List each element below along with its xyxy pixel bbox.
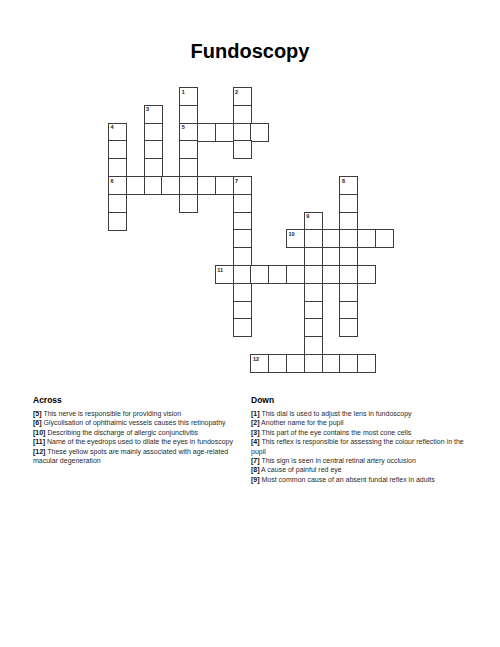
grid-cell-r8-c12[interactable] [322, 229, 341, 248]
across-clues-section: Across [5] This nerve is responsible for… [33, 395, 239, 465]
grid-cell-r15-c14[interactable] [357, 354, 376, 373]
clue-number-label: [3] [251, 429, 260, 436]
grid-cell-r12-c7[interactable] [233, 301, 252, 320]
grid-cell-r10-c6[interactable]: 11 [215, 265, 234, 284]
clue-number-label: [1] [251, 410, 260, 417]
clue-text: This part of the eye contains the most c… [260, 429, 412, 436]
cell-number-10: 10 [289, 231, 295, 237]
grid-cell-r5-c2[interactable] [144, 176, 163, 195]
grid-cell-r15-c13[interactable] [339, 354, 358, 373]
grid-cell-r2-c8[interactable] [250, 123, 269, 142]
grid-cell-r3-c7[interactable] [233, 140, 252, 159]
clue-number-label: [8] [251, 466, 260, 473]
grid-cell-r3-c0[interactable] [108, 140, 127, 159]
grid-cell-r15-c8[interactable]: 12 [250, 354, 269, 373]
cell-number-5: 5 [182, 124, 185, 130]
clue-across-11: [11] Name of the eyedrops used to dilate… [33, 437, 239, 446]
grid-cell-r10-c8[interactable] [250, 265, 269, 284]
grid-cell-r8-c15[interactable] [375, 229, 394, 248]
puzzle-title: Fundoscopy [0, 40, 500, 63]
grid-cell-r10-c13[interactable] [339, 265, 358, 284]
clue-number-label: [10] [33, 429, 45, 436]
grid-cell-r2-c5[interactable] [197, 123, 216, 142]
grid-cell-r5-c0[interactable]: 6 [108, 176, 127, 195]
clue-down-4: [4] This reflex is responsible for asses… [251, 437, 473, 456]
grid-cell-r8-c11[interactable] [304, 229, 323, 248]
grid-cell-r8-c13[interactable] [339, 229, 358, 248]
grid-cell-r15-c12[interactable] [322, 354, 341, 373]
cell-number-3: 3 [146, 106, 149, 112]
grid-cell-r7-c11[interactable]: 9 [304, 212, 323, 231]
grid-cell-r5-c5[interactable] [197, 176, 216, 195]
grid-cell-r2-c6[interactable] [215, 123, 234, 142]
cell-number-2: 2 [235, 89, 238, 95]
grid-cell-r7-c7[interactable] [233, 212, 252, 231]
grid-cell-r9-c7[interactable] [233, 247, 252, 266]
down-heading: Down [251, 395, 473, 405]
grid-cell-r9-c11[interactable] [304, 247, 323, 266]
grid-cell-r10-c9[interactable] [268, 265, 287, 284]
clue-text: This dial is used to adjust the lens in … [260, 410, 412, 417]
grid-cell-r1-c4[interactable] [179, 105, 198, 124]
grid-cell-r12-c13[interactable] [339, 301, 358, 320]
grid-cell-r5-c6[interactable] [215, 176, 234, 195]
clue-number-label: [7] [251, 457, 260, 464]
grid-cell-r2-c4[interactable]: 5 [179, 123, 198, 142]
grid-cell-r15-c10[interactable] [286, 354, 305, 373]
cell-number-7: 7 [235, 178, 238, 184]
grid-cell-r11-c7[interactable] [233, 283, 252, 302]
clue-number-label: [12] [33, 448, 45, 455]
grid-cell-r4-c2[interactable] [144, 158, 163, 177]
grid-cell-r10-c10[interactable] [286, 265, 305, 284]
grid-cell-r10-c12[interactable] [322, 265, 341, 284]
clue-number-label: [6] [33, 419, 42, 426]
cell-number-1: 1 [182, 89, 185, 95]
grid-cell-r14-c11[interactable] [304, 336, 323, 355]
grid-cell-r4-c4[interactable] [179, 158, 198, 177]
grid-cell-r11-c13[interactable] [339, 283, 358, 302]
down-clues-section: Down [1] This dial is used to adjust the… [251, 395, 473, 484]
clue-down-8: [8] A cause of painful red eye [251, 465, 473, 474]
clue-number-label: [2] [251, 419, 260, 426]
clue-down-1: [1] This dial is used to adjust the lens… [251, 409, 473, 418]
grid-cell-r6-c0[interactable] [108, 194, 127, 213]
clue-text: This reflex is responsible for assessing… [251, 438, 464, 454]
clue-number-label: [5] [33, 410, 42, 417]
grid-cell-r12-c11[interactable] [304, 301, 323, 320]
grid-cell-r15-c9[interactable] [268, 354, 287, 373]
clue-number-label: [4] [251, 438, 260, 445]
clue-number-label: [11] [33, 438, 45, 445]
grid-cell-r1-c7[interactable] [233, 105, 252, 124]
cell-number-9: 9 [306, 213, 309, 219]
cell-number-6: 6 [111, 178, 114, 184]
clue-text: Most common cause of an absent fundal re… [260, 476, 435, 483]
grid-cell-r5-c1[interactable] [126, 176, 145, 195]
grid-cell-r11-c11[interactable] [304, 283, 323, 302]
grid-cell-r3-c2[interactable] [144, 140, 163, 159]
grid-cell-r9-c13[interactable] [339, 247, 358, 266]
clue-text: Another name for the pupil [260, 419, 344, 426]
grid-cell-r6-c13[interactable] [339, 194, 358, 213]
clue-number-label: [9] [251, 476, 260, 483]
grid-cell-r5-c4[interactable] [179, 176, 198, 195]
grid-cell-r13-c13[interactable] [339, 318, 358, 337]
down-clue-list: [1] This dial is used to adjust the lens… [251, 409, 473, 484]
clue-across-6: [6] Glycolisation of ophthalmic vessels … [33, 418, 239, 427]
grid-cell-r8-c10[interactable]: 10 [286, 229, 305, 248]
grid-cell-r7-c13[interactable] [339, 212, 358, 231]
grid-cell-r10-c14[interactable] [357, 265, 376, 284]
grid-cell-r8-c7[interactable] [233, 229, 252, 248]
across-heading: Across [33, 395, 239, 405]
cell-number-11: 11 [217, 267, 223, 273]
grid-cell-r0-c4[interactable]: 1 [179, 87, 198, 106]
grid-cell-r3-c4[interactable] [179, 140, 198, 159]
grid-cell-r2-c0[interactable]: 4 [108, 123, 127, 142]
clue-down-9: [9] Most common cause of an absent funda… [251, 475, 473, 484]
grid-cell-r15-c11[interactable] [304, 354, 323, 373]
clue-text: Describing the discharge of allergic con… [45, 429, 198, 436]
grid-cell-r5-c13[interactable]: 8 [339, 176, 358, 195]
grid-cell-r13-c7[interactable] [233, 318, 252, 337]
grid-cell-r0-c7[interactable]: 2 [233, 87, 252, 106]
cell-number-4: 4 [111, 124, 114, 130]
clue-text: Name of the eyedrops used to dilate the … [45, 438, 233, 445]
clue-down-7: [7] This sign is seen in central retinal… [251, 456, 473, 465]
cell-number-8: 8 [342, 178, 345, 184]
cell-number-12: 12 [253, 356, 259, 362]
clue-across-10: [10] Describing the discharge of allergi… [33, 428, 239, 437]
clue-down-3: [3] This part of the eye contains the mo… [251, 428, 473, 437]
clue-text: A cause of painful red eye [260, 466, 342, 473]
grid-cell-r10-c7[interactable] [233, 265, 252, 284]
grid-cell-r5-c3[interactable] [161, 176, 180, 195]
clue-text: These yellow spots are mainly associated… [33, 448, 228, 464]
grid-cell-r6-c4[interactable] [179, 194, 198, 213]
grid-cell-r2-c7[interactable] [233, 123, 252, 142]
crossword-page: { "game": "crossword", "title": "Fundosc… [0, 0, 500, 647]
crossword-grid: 123456789101112 [108, 87, 396, 375]
grid-cell-r6-c7[interactable] [233, 194, 252, 213]
clue-text: This sign is seen in central retinal art… [260, 457, 416, 464]
grid-cell-r7-c0[interactable] [108, 212, 127, 231]
grid-cell-r8-c14[interactable] [357, 229, 376, 248]
grid-cell-r5-c7[interactable]: 7 [233, 176, 252, 195]
grid-cell-r10-c11[interactable] [304, 265, 323, 284]
clue-across-5: [5] This nerve is responsible for provid… [33, 409, 239, 418]
grid-cell-r1-c2[interactable]: 3 [144, 105, 163, 124]
clue-text: Glycolisation of ophthalmic vessels caus… [42, 419, 226, 426]
grid-cell-r13-c11[interactable] [304, 318, 323, 337]
grid-cell-r2-c2[interactable] [144, 123, 163, 142]
clue-across-12: [12] These yellow spots are mainly assoc… [33, 447, 239, 466]
across-clue-list: [5] This nerve is responsible for provid… [33, 409, 239, 465]
clue-down-2: [2] Another name for the pupil [251, 418, 473, 427]
grid-cell-r4-c0[interactable] [108, 158, 127, 177]
clue-text: This nerve is responsible for providing … [42, 410, 182, 417]
